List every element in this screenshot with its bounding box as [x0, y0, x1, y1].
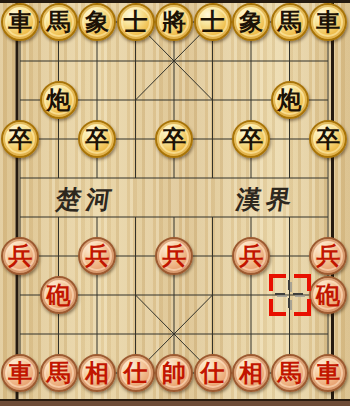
piece-red-soldier[interactable]: 兵 — [1, 237, 39, 275]
board-grid-lines — [0, 0, 350, 406]
piece-black-chariot[interactable]: 車 — [309, 3, 347, 41]
piece-black-soldier[interactable]: 卒 — [1, 120, 39, 158]
piece-red-advisor[interactable]: 仕 — [194, 354, 232, 392]
xiangqi-board[interactable]: 楚河 漢界 車馬象士將士象馬車炮炮卒卒卒卒卒兵兵兵兵兵砲砲車馬相仕帥仕相馬車 — [0, 0, 350, 406]
piece-red-horse[interactable]: 馬 — [40, 354, 78, 392]
piece-black-soldier[interactable]: 卒 — [309, 120, 347, 158]
piece-black-elephant[interactable]: 象 — [232, 3, 270, 41]
piece-black-general[interactable]: 將 — [155, 3, 193, 41]
piece-red-soldier[interactable]: 兵 — [78, 237, 116, 275]
piece-red-advisor[interactable]: 仕 — [117, 354, 155, 392]
river-label-chu-he: 楚河 — [54, 186, 118, 214]
crosshair-arm-top — [288, 280, 290, 290]
crosshair-arm-bottom — [288, 298, 290, 308]
piece-black-horse[interactable]: 馬 — [271, 3, 309, 41]
piece-black-advisor[interactable]: 士 — [117, 3, 155, 41]
crosshair-arm-left — [275, 293, 285, 295]
piece-red-elephant[interactable]: 相 — [78, 354, 116, 392]
piece-black-chariot[interactable]: 車 — [1, 3, 39, 41]
piece-black-cannon[interactable]: 炮 — [271, 81, 309, 119]
piece-black-soldier[interactable]: 卒 — [78, 120, 116, 158]
river-label-han-jie: 漢界 — [234, 186, 298, 214]
piece-red-chariot[interactable]: 車 — [1, 354, 39, 392]
piece-black-advisor[interactable]: 士 — [194, 3, 232, 41]
piece-black-horse[interactable]: 馬 — [40, 3, 78, 41]
piece-black-elephant[interactable]: 象 — [78, 3, 116, 41]
piece-red-soldier[interactable]: 兵 — [155, 237, 193, 275]
piece-red-elephant[interactable]: 相 — [232, 354, 270, 392]
piece-black-soldier[interactable]: 卒 — [155, 120, 193, 158]
piece-red-soldier[interactable]: 兵 — [309, 237, 347, 275]
piece-red-soldier[interactable]: 兵 — [232, 237, 270, 275]
crosshair-arm-right — [293, 293, 303, 295]
piece-black-soldier[interactable]: 卒 — [232, 120, 270, 158]
piece-red-cannon[interactable]: 砲 — [40, 276, 78, 314]
crosshair-cursor — [275, 280, 303, 308]
piece-black-cannon[interactable]: 炮 — [40, 81, 78, 119]
piece-red-chariot[interactable]: 車 — [309, 354, 347, 392]
piece-red-horse[interactable]: 馬 — [271, 354, 309, 392]
piece-red-cannon[interactable]: 砲 — [309, 276, 347, 314]
piece-red-general[interactable]: 帥 — [155, 354, 193, 392]
